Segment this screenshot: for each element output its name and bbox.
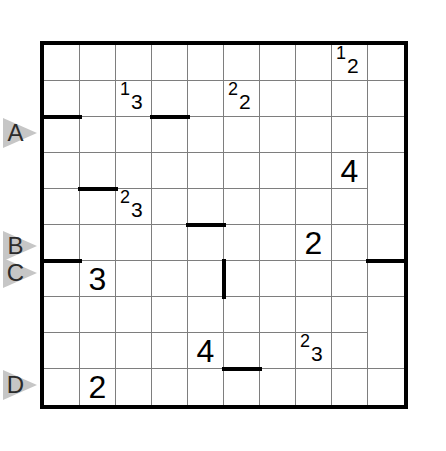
cell-r7c9[interactable] [332,261,368,297]
cell-r7c1[interactable] [44,261,80,297]
cell-r10c3[interactable] [116,369,152,405]
cell-r1c6[interactable] [224,45,260,81]
cell-r4c2[interactable] [80,153,116,189]
wall-segment-right-r7c5 [222,259,226,299]
cell-r9c2[interactable] [80,333,116,369]
cell-r1c7[interactable] [260,45,296,81]
cell-r7c4[interactable] [152,261,188,297]
cell-r7c5[interactable] [188,261,224,297]
cell-r4c10[interactable] [368,153,404,189]
cell-r6c6[interactable] [224,225,260,261]
cell-r7c3[interactable] [116,261,152,297]
cell-r8c7[interactable] [260,297,296,333]
cell-r2c8[interactable] [296,81,332,117]
cell-r9c9[interactable] [332,333,368,369]
cell-r1c10[interactable] [368,45,404,81]
answer-row-label: B [3,231,28,261]
cell-r10c7[interactable] [260,369,296,405]
cell-r3c1[interactable] [44,117,80,153]
cell-r3c6[interactable] [224,117,260,153]
clue-pair-first-digit: 2 [228,79,238,101]
cell-r10c9[interactable] [332,369,368,405]
cell-r8c8[interactable] [296,297,332,333]
cell-r1c1[interactable] [44,45,80,81]
wall-segment-bottom-r5c5 [186,223,226,227]
cell-r2c9[interactable] [332,81,368,117]
cell-r8c4[interactable] [152,297,188,333]
cell-r8c3[interactable] [116,297,152,333]
cell-r6c3[interactable] [116,225,152,261]
clue-big-digit: 2 [80,369,115,405]
clue-pair-first-digit: 1 [336,43,346,65]
cell-r1c9[interactable]: 12 [332,45,368,81]
cell-r10c8[interactable] [296,369,332,405]
cell-r6c7[interactable] [260,225,296,261]
cell-r2c7[interactable] [260,81,296,117]
cell-r4c1[interactable] [44,153,80,189]
cell-r7c6[interactable] [224,261,260,297]
cell-r4c6[interactable] [224,153,260,189]
cell-r8c1[interactable] [44,297,80,333]
clue-big-digit: 4 [332,153,367,188]
wall-segment-bottom-r2c4 [150,115,190,119]
answer-row-arrow-b: B [3,231,37,261]
cell-r6c8[interactable]: 2 [296,225,332,261]
cell-r10c1[interactable] [44,369,80,405]
cell-r4c4[interactable] [152,153,188,189]
cell-r4c7[interactable] [260,153,296,189]
cell-r9c10[interactable] [368,333,404,369]
cell-r1c2[interactable] [80,45,116,81]
cell-r5c8[interactable] [296,189,332,225]
cell-r2c6[interactable]: 22 [224,81,260,117]
cell-r6c10[interactable] [368,225,404,261]
wall-segment-bottom-r4c2 [78,187,118,191]
cell-r5c3[interactable]: 23 [116,189,152,225]
cell-r9c8[interactable]: 23 [296,333,332,369]
cell-r2c4[interactable] [152,81,188,117]
cell-r6c5[interactable] [188,225,224,261]
cell-r3c7[interactable] [260,117,296,153]
cell-r5c7[interactable] [260,189,296,225]
cell-r7c7[interactable] [260,261,296,297]
cell-r6c9[interactable] [332,225,368,261]
answer-row-arrow-d: D [3,370,37,400]
answer-row-label: D [3,370,28,400]
cell-r9c6[interactable] [224,333,260,369]
cell-r6c1[interactable] [44,225,80,261]
cell-r7c2[interactable]: 3 [80,261,116,297]
cell-r5c6[interactable] [224,189,260,225]
cell-r1c8[interactable] [296,45,332,81]
cell-r2c1[interactable] [44,81,80,117]
cell-r7c8[interactable] [296,261,332,297]
cell-r9c3[interactable] [116,333,152,369]
cell-r5c9[interactable] [332,189,368,225]
answer-row-arrow-a: A [3,118,37,148]
cell-r8c5[interactable] [188,297,224,333]
cell-r2c10[interactable] [368,81,404,117]
cell-r8c10[interactable] [368,297,404,333]
cell-r7c10[interactable] [368,261,404,297]
cell-r5c1[interactable] [44,189,80,225]
cell-r3c9[interactable] [332,117,368,153]
cell-r2c5[interactable] [188,81,224,117]
cell-r8c2[interactable] [80,297,116,333]
clue-pair-second-digit: 2 [239,89,251,114]
cell-r8c9[interactable] [332,297,368,333]
cell-r3c8[interactable] [296,117,332,153]
cell-r9c7[interactable] [260,333,296,369]
cell-r1c3[interactable] [116,45,152,81]
cell-r3c3[interactable] [116,117,152,153]
cell-r6c2[interactable] [80,225,116,261]
cell-r8c6[interactable] [224,297,260,333]
clue-big-digit: 3 [80,261,115,296]
clue-pair-second-digit: 2 [347,53,359,78]
wall-segment-bottom-r6c10 [366,259,406,263]
cell-r4c5[interactable] [188,153,224,189]
clue-pair-first-digit: 2 [120,187,130,209]
puzzle-canvas: 121322423234232 ABCD [0,0,446,451]
cell-r9c5[interactable]: 4 [188,333,224,369]
cell-r6c4[interactable] [152,225,188,261]
clue-pair-second-digit: 3 [311,341,323,366]
puzzle-board: 121322423234232 [40,41,408,409]
cell-r10c6[interactable] [224,369,260,405]
clue-pair-first-digit: 1 [120,79,130,101]
clue-big-digit: 4 [188,333,223,368]
cell-r9c4[interactable] [152,333,188,369]
cell-r5c4[interactable] [152,189,188,225]
cell-r3c10[interactable] [368,117,404,153]
clue-pair-second-digit: 3 [131,89,143,114]
cell-r4c3[interactable] [116,153,152,189]
cell-r4c8[interactable] [296,153,332,189]
clue-big-digit: 2 [296,225,331,260]
cell-r10c2[interactable]: 2 [80,369,116,405]
cell-r5c5[interactable] [188,189,224,225]
wall-segment-bottom-r2c1 [42,115,82,119]
cell-r1c4[interactable] [152,45,188,81]
cell-r3c2[interactable] [80,117,116,153]
cell-r2c3[interactable]: 13 [116,81,152,117]
cell-r10c4[interactable] [152,369,188,405]
cell-r10c10[interactable] [368,369,404,405]
cell-r10c5[interactable] [188,369,224,405]
answer-row-label: A [3,118,28,148]
clue-pair-first-digit: 2 [300,331,310,353]
clue-pair-second-digit: 3 [131,197,143,222]
wall-segment-bottom-r6c1 [42,259,82,263]
cell-r3c4[interactable] [152,117,188,153]
answer-row-arrow-c: C [3,258,37,288]
cell-r5c10[interactable] [368,189,404,225]
cell-r1c5[interactable] [188,45,224,81]
wall-segment-bottom-r9c6 [222,367,262,371]
cell-r2c2[interactable] [80,81,116,117]
cell-r4c9[interactable]: 4 [332,153,368,189]
cell-r3c5[interactable] [188,117,224,153]
cell-r9c1[interactable] [44,333,80,369]
answer-row-label: C [3,258,28,288]
cell-r5c2[interactable] [80,189,116,225]
